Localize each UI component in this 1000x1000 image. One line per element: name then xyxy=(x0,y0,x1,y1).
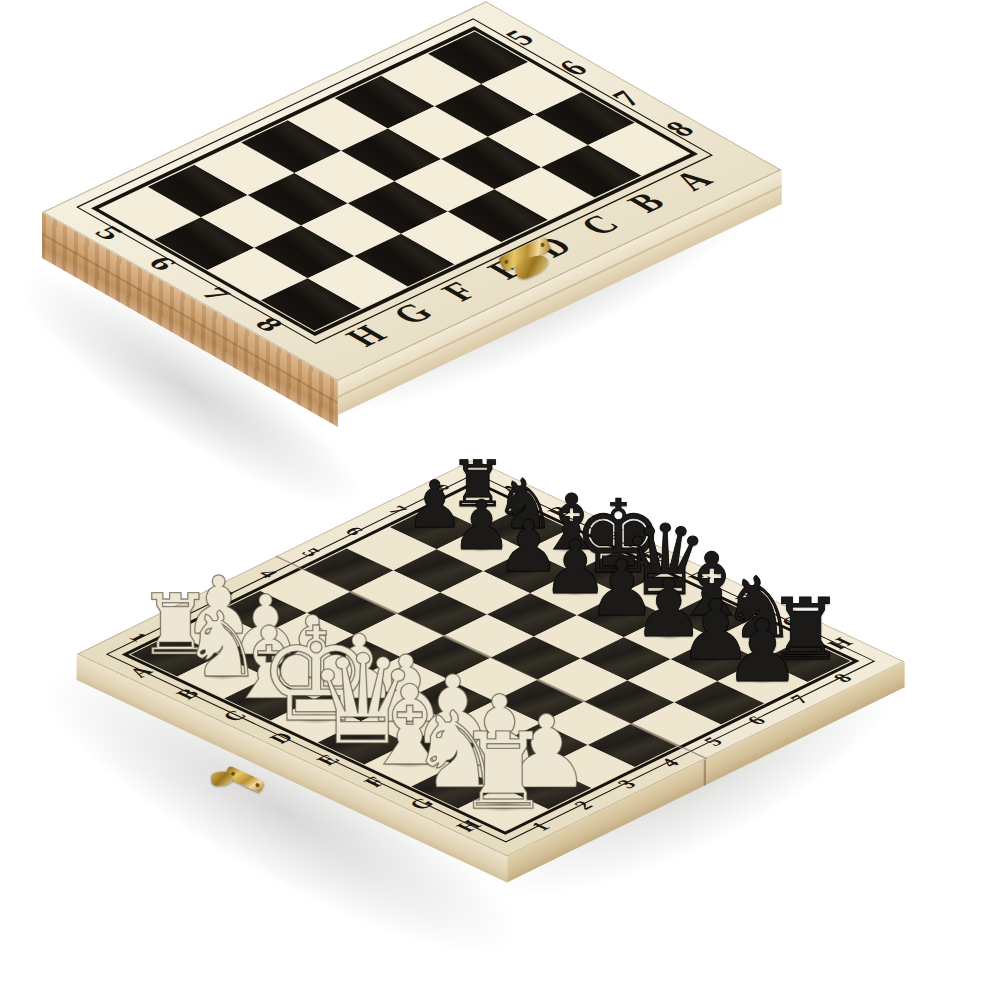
piece-black-pawn: ♟ xyxy=(711,608,815,694)
chess-pieces-layer: ♜♞♝♚♛♝♞♜♟♟♟♟♟♟♟♟♟♟♟♟♟♟♟♟♜♞♝♚♛♝♞♜ xyxy=(0,0,1000,1000)
piece-white-rook: ♜ xyxy=(440,719,567,825)
chess-set-product-photo: 56785678HGFEDCBA ABCDEFGHABCDEFGH8765432… xyxy=(0,0,1000,1000)
